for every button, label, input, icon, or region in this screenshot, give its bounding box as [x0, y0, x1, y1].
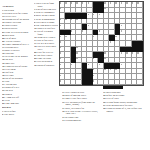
clue-number-mark	[88, 14, 89, 15]
clue-number-mark	[126, 2, 127, 3]
clue-number-mark	[88, 25, 89, 26]
clue-number-mark	[88, 2, 89, 3]
clue-item: 49 Out of the ordinary	[2, 76, 31, 79]
clue-item: 3 Takes a break from work	[34, 2, 58, 8]
clue-number-mark	[104, 69, 105, 70]
clue-number-mark	[110, 69, 111, 70]
column-d-header-bar	[103, 86, 123, 89]
clue-number-mark	[99, 30, 100, 31]
clue-item: 15 Greek letter	[2, 14, 31, 17]
clue-number-mark	[60, 52, 61, 53]
clue-number-mark	[76, 58, 77, 59]
clue-number-mark	[104, 8, 105, 9]
clue-number-mark	[132, 52, 133, 53]
clue-item: 29 Actress Gardner	[2, 39, 31, 42]
clue-number-mark	[60, 64, 61, 65]
clue-item: 24 Bread spread	[2, 27, 31, 30]
clue-number-mark	[104, 52, 105, 53]
clue-column-c: 31 Gave a hand to a pal32 Body of moving…	[62, 91, 99, 149]
clue-number-mark	[60, 25, 61, 26]
clue-number-mark	[121, 52, 122, 53]
clue-item: 57 Went on horseback far away	[103, 103, 143, 106]
clue-number-mark	[60, 69, 61, 70]
clue-item: 61 Exist	[2, 98, 31, 101]
clue-number-mark	[93, 75, 94, 76]
clue-number-mark	[60, 75, 61, 76]
clue-number-mark	[115, 69, 116, 70]
clue-number-mark	[110, 41, 111, 42]
clue-item: 52 Piece of cable	[103, 97, 143, 100]
clue-number-mark	[60, 41, 61, 42]
clue-number-mark	[76, 19, 77, 20]
clue-item: 25 Large deer seen up north	[2, 30, 31, 33]
clue-number-mark	[82, 2, 83, 3]
across-header: ACROSS	[2, 5, 31, 8]
clue-item: 26 Mild oath	[2, 33, 31, 36]
clue-number-mark	[104, 58, 105, 59]
clue-item: 2 Tiny insect	[2, 112, 31, 115]
clue-number-mark	[93, 80, 94, 81]
clue-number-mark	[104, 2, 105, 3]
clue-item: 34 Make a sweater	[2, 48, 31, 51]
down-header: DOWN	[2, 105, 31, 108]
clue-number-mark	[99, 14, 100, 15]
clue-number-mark	[137, 2, 138, 3]
clue-number-mark	[71, 19, 72, 20]
clue-number-mark	[65, 2, 66, 3]
clue-number-mark	[60, 36, 61, 37]
clue-number-mark	[115, 36, 116, 37]
clue-number-mark	[110, 2, 111, 3]
clue-column-a: ACROSS1 Opera solo14 Kitchen wear for a …	[2, 2, 31, 149]
clue-item: 54 Sound of a bell	[2, 86, 31, 89]
clue-number-mark	[121, 30, 122, 31]
clue-item: 39 Small bite	[2, 61, 31, 64]
clue-number-mark	[76, 2, 77, 3]
clue-item: 30 Words of approval	[34, 63, 58, 66]
clue-item: 38 Not odd	[2, 58, 31, 61]
clue-item: 23 Ship's record	[2, 24, 31, 27]
clue-item: 44 Lacking moisture	[62, 118, 99, 121]
clue-number-mark	[121, 25, 122, 26]
clue-item: 36 Corn unit	[2, 52, 31, 55]
clue-item: 19 Sunrise direction	[2, 21, 31, 24]
clue-number-mark	[71, 64, 72, 65]
clue-number-mark	[60, 19, 61, 20]
clue-item: 14 Kitchen wear for a cook	[2, 11, 31, 14]
clue-number-mark	[60, 80, 61, 81]
clue-number-mark	[71, 2, 72, 3]
clue-number-mark	[60, 8, 61, 9]
clue-item: 1 Opera solo	[2, 8, 31, 11]
clue-item: 45 Lyric poem	[2, 67, 31, 70]
clue-number-mark	[60, 47, 61, 48]
clue-item: 46 Golf peg	[2, 70, 31, 73]
clue-item: 28 Cut of meat	[2, 36, 31, 39]
clue-number-mark	[60, 2, 61, 3]
clue-number-mark	[76, 47, 77, 48]
clue-number-mark	[115, 2, 116, 3]
clue-item: 53 Auction unit	[2, 83, 31, 86]
clue-item: 42 New York Ridge: Executive Order, 1969…	[62, 109, 99, 115]
crossword-grid	[59, 1, 144, 86]
clue-number-mark	[121, 64, 122, 65]
clue-number-mark	[65, 36, 66, 37]
clue-number-mark	[99, 64, 100, 65]
clue-number-mark	[71, 30, 72, 31]
clue-item: 37 Deep hole in the ground	[2, 55, 31, 58]
clue-item: 1 Poet's before	[2, 109, 31, 112]
clue-item: 60 A long way off	[2, 95, 31, 98]
clue-item: 16 Wading bird of the marsh	[2, 17, 31, 20]
clue-item: 55 Not new	[2, 89, 31, 92]
clue-number-mark	[76, 52, 77, 53]
clue-number-mark	[121, 2, 122, 3]
clue-item: 30 Comic Johnson of old TV	[2, 42, 31, 45]
clue-number-mark	[126, 52, 127, 53]
clue-item: 40 Flightless bird of plains	[2, 64, 31, 67]
clue-column-b: 3 Takes a break from work4 Kind of greet…	[34, 2, 58, 149]
clue-item: 18 Covered with a gold layer	[34, 45, 58, 51]
clue-item: 48 Sea eagle	[2, 73, 31, 76]
clue-item: 51 Fuss	[2, 79, 31, 82]
clue-number-mark	[60, 58, 61, 59]
clue-number-mark	[82, 30, 83, 31]
clue-number-mark	[88, 64, 89, 65]
clue-item: 59 Spoken	[2, 92, 31, 95]
clue-item: 47 Interesting goal	[103, 91, 143, 94]
white-cell	[137, 80, 143, 86]
clue-column-d: 47 Interesting goal50 Before no overdone…	[103, 91, 143, 150]
clue-item: 11 Part of a window frame	[34, 30, 58, 36]
clue-item: 62 Time long past	[2, 101, 31, 104]
clue-item: 33 Stadium cheer	[2, 45, 31, 48]
clue-item: 50 Before no overdone	[103, 94, 143, 97]
clue-number-mark	[93, 36, 94, 37]
clue-item: 58 Person in charge of it, just 'before …	[103, 106, 143, 112]
clue-number-mark	[65, 19, 66, 20]
clue-number-mark	[93, 69, 94, 70]
clue-number-mark	[93, 14, 94, 15]
clue-item: 35 THE McMasters (film about the house, …	[62, 100, 99, 106]
clue-item: 56 Getting found works; asking how	[103, 100, 143, 103]
clue-number-mark	[132, 2, 133, 3]
clue-number-mark	[93, 58, 94, 59]
clue-number-mark	[137, 52, 138, 53]
